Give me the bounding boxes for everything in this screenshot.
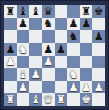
piece-black-knight[interactable]: ♞	[69, 31, 79, 42]
piece-black-pawn[interactable]: ♟	[56, 43, 66, 54]
square-e8[interactable]	[55, 5, 68, 18]
square-c1[interactable]: ♝	[29, 93, 42, 106]
square-h6[interactable]: ♟	[92, 30, 105, 43]
square-h4[interactable]	[92, 56, 105, 69]
square-a8[interactable]: ♜	[4, 5, 17, 18]
square-d6[interactable]	[42, 30, 55, 43]
piece-black-pawn[interactable]: ♟	[18, 18, 28, 29]
square-c2[interactable]	[29, 81, 42, 94]
piece-black-pawn[interactable]: ♟	[43, 43, 53, 54]
square-h1[interactable]	[92, 93, 105, 106]
square-a4[interactable]: ♟	[4, 56, 17, 69]
square-h5[interactable]	[92, 43, 105, 56]
piece-white-king[interactable]: ♚	[81, 94, 91, 105]
square-c8[interactable]: ♝	[29, 5, 42, 18]
square-e4[interactable]	[55, 56, 68, 69]
square-d2[interactable]	[42, 81, 55, 94]
square-a2[interactable]	[4, 81, 17, 94]
piece-white-knight[interactable]: ♞	[18, 43, 28, 54]
square-f8[interactable]	[67, 5, 80, 18]
piece-white-pawn[interactable]: ♟	[18, 81, 28, 92]
piece-white-pawn[interactable]: ♟	[81, 81, 91, 92]
square-g4[interactable]	[80, 56, 93, 69]
square-f6[interactable]: ♞	[67, 30, 80, 43]
square-h2[interactable]: ♟	[92, 81, 105, 94]
piece-white-bishop[interactable]: ♝	[18, 68, 28, 79]
square-f7[interactable]: ♟	[67, 18, 80, 31]
square-d8[interactable]: ♛	[42, 5, 55, 18]
square-h8[interactable]: ♚	[92, 5, 105, 18]
square-e2[interactable]	[55, 81, 68, 94]
square-a5[interactable]: ♟	[4, 43, 17, 56]
piece-black-bishop[interactable]: ♝	[18, 5, 28, 16]
piece-black-queen[interactable]: ♛	[43, 5, 53, 16]
square-a1[interactable]: ♜	[4, 93, 17, 106]
square-g3[interactable]	[80, 68, 93, 81]
piece-white-pawn[interactable]: ♟	[43, 56, 53, 67]
chess-board-frame: ♜♝♝♛♜♚♟♞♟♟♞♟♟♞♟♟♟♟♝♟♞♟♟♟♟♜♝♛♜♚	[0, 0, 109, 110]
piece-white-bishop[interactable]: ♝	[31, 94, 41, 105]
square-b2[interactable]: ♟	[17, 81, 30, 94]
square-b3[interactable]: ♝	[17, 68, 30, 81]
square-e5[interactable]: ♟	[55, 43, 68, 56]
square-f2[interactable]: ♟	[67, 81, 80, 94]
square-b5[interactable]: ♞	[17, 43, 30, 56]
square-f4[interactable]	[67, 56, 80, 69]
piece-black-rook[interactable]: ♜	[5, 5, 15, 16]
square-a3[interactable]	[4, 68, 17, 81]
square-b7[interactable]: ♟	[17, 18, 30, 31]
square-d3[interactable]	[42, 68, 55, 81]
chess-board: ♜♝♝♛♜♚♟♞♟♟♞♟♟♞♟♟♟♟♝♟♞♟♟♟♟♜♝♛♜♚	[4, 5, 105, 106]
square-b4[interactable]	[17, 56, 30, 69]
square-g1[interactable]: ♚	[80, 93, 93, 106]
square-c6[interactable]	[29, 30, 42, 43]
piece-white-pawn[interactable]: ♟	[94, 81, 104, 92]
piece-black-pawn[interactable]: ♟	[94, 31, 104, 42]
piece-black-pawn[interactable]: ♟	[5, 43, 15, 54]
square-f1[interactable]	[67, 93, 80, 106]
square-g2[interactable]: ♟	[80, 81, 93, 94]
square-b6[interactable]	[17, 30, 30, 43]
piece-white-rook[interactable]: ♜	[56, 94, 66, 105]
square-f3[interactable]: ♞	[67, 68, 80, 81]
piece-white-queen[interactable]: ♛	[43, 94, 53, 105]
square-g6[interactable]	[80, 30, 93, 43]
piece-white-pawn[interactable]: ♟	[69, 81, 79, 92]
square-e7[interactable]	[55, 18, 68, 31]
square-d7[interactable]: ♞	[42, 18, 55, 31]
square-c3[interactable]: ♟	[29, 68, 42, 81]
piece-white-pawn[interactable]: ♟	[31, 68, 41, 79]
square-a7[interactable]	[4, 18, 17, 31]
piece-black-knight[interactable]: ♞	[43, 18, 53, 29]
piece-black-pawn[interactable]: ♟	[69, 18, 79, 29]
square-h3[interactable]	[92, 68, 105, 81]
square-g8[interactable]: ♜	[80, 5, 93, 18]
square-e6[interactable]	[55, 30, 68, 43]
square-c5[interactable]	[29, 43, 42, 56]
square-b1[interactable]	[17, 93, 30, 106]
square-b8[interactable]: ♝	[17, 5, 30, 18]
piece-black-king[interactable]: ♚	[94, 5, 104, 16]
square-f5[interactable]	[67, 43, 80, 56]
square-c4[interactable]	[29, 56, 42, 69]
square-d1[interactable]: ♛	[42, 93, 55, 106]
square-g5[interactable]	[80, 43, 93, 56]
square-c7[interactable]	[29, 18, 42, 31]
piece-black-bishop[interactable]: ♝	[31, 5, 41, 16]
piece-black-rook[interactable]: ♜	[81, 5, 91, 16]
square-d4[interactable]: ♟	[42, 56, 55, 69]
piece-white-knight[interactable]: ♞	[69, 68, 79, 79]
square-g7[interactable]: ♟	[80, 18, 93, 31]
square-h7[interactable]	[92, 18, 105, 31]
piece-white-pawn[interactable]: ♟	[5, 56, 15, 67]
square-e3[interactable]	[55, 68, 68, 81]
square-a6[interactable]	[4, 30, 17, 43]
square-e1[interactable]: ♜	[55, 93, 68, 106]
piece-white-rook[interactable]: ♜	[5, 94, 15, 105]
square-d5[interactable]: ♟	[42, 43, 55, 56]
piece-black-pawn[interactable]: ♟	[81, 18, 91, 29]
